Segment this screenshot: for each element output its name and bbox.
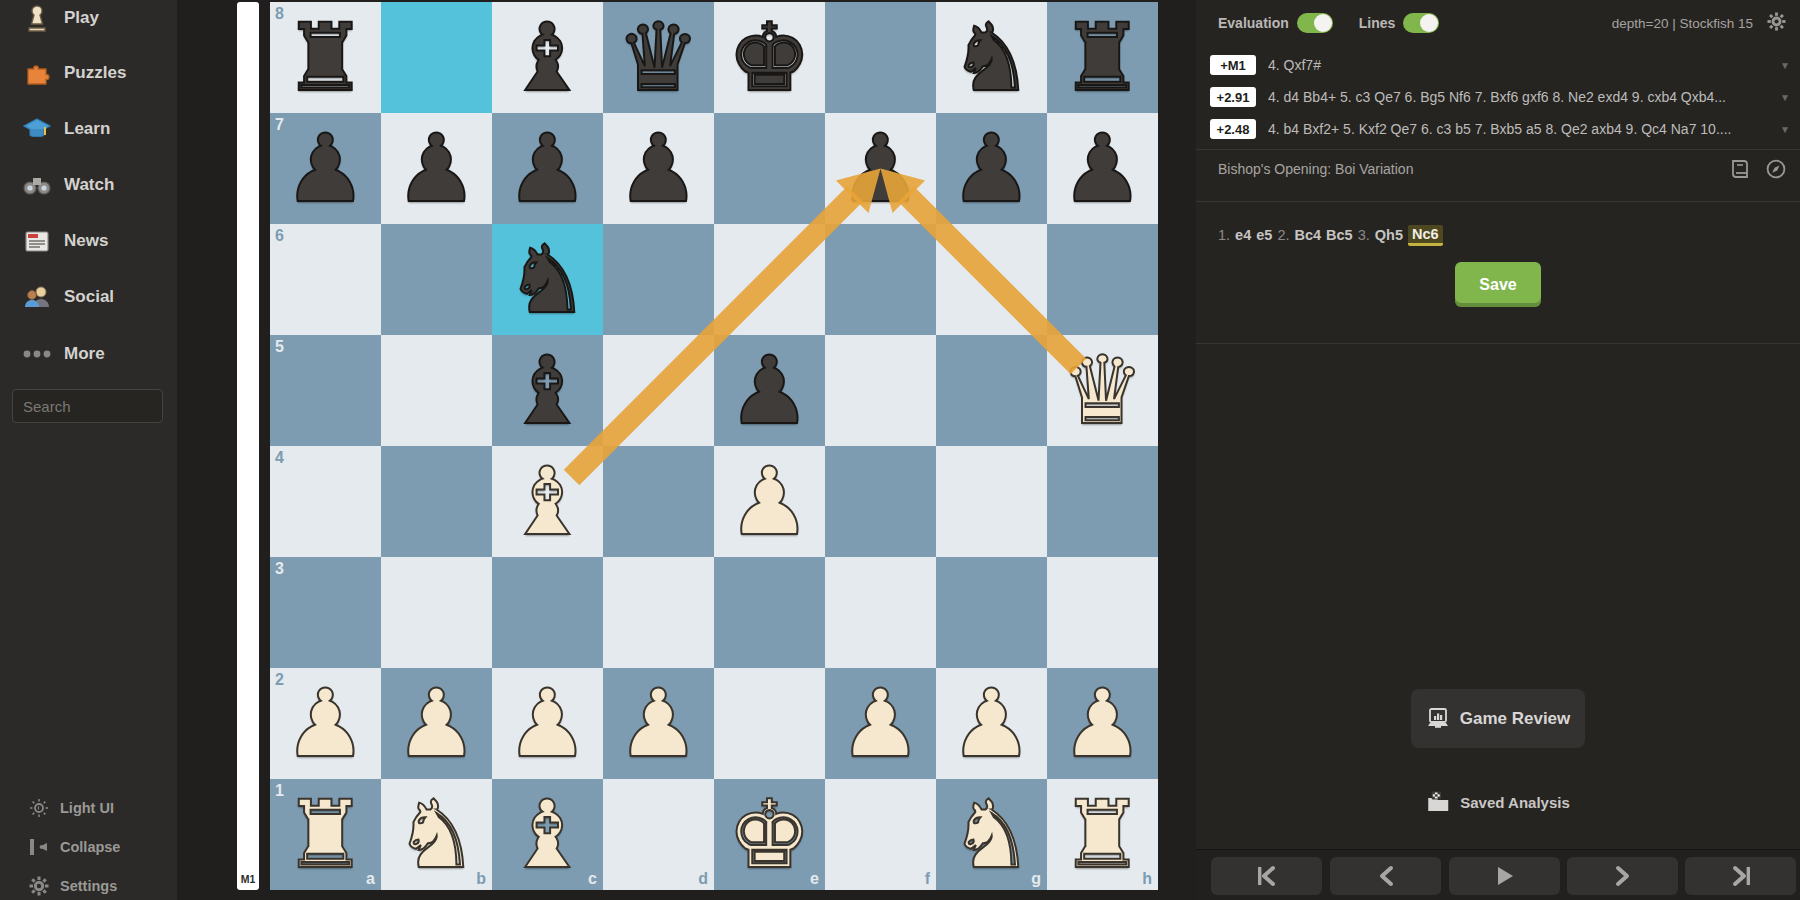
chevron-down-icon[interactable]: ▼ xyxy=(1780,92,1790,103)
square-e7[interactable] xyxy=(714,113,825,224)
piece-bp-e5[interactable]: ♟ xyxy=(714,335,825,446)
explorer-compass-icon[interactable] xyxy=(1766,159,1786,179)
divider xyxy=(1196,149,1800,150)
square-g7[interactable]: ♟ xyxy=(936,113,1047,224)
square-e2[interactable] xyxy=(714,668,825,779)
square-d2[interactable]: ♟ xyxy=(603,668,714,779)
sidebar-item-label: Learn xyxy=(64,119,110,139)
square-a5[interactable]: 5 xyxy=(270,335,381,446)
sidebar-item-news[interactable]: News xyxy=(0,224,177,258)
sidebar-item-label: Watch xyxy=(64,175,114,195)
evaluation-toggle-label: Evaluation xyxy=(1218,15,1289,31)
opening-row: Bishop's Opening: Boi Variation xyxy=(1218,152,1786,186)
square-c1[interactable]: c♝ xyxy=(492,779,603,890)
piece-wb-c4[interactable]: ♝ xyxy=(492,446,603,557)
next-move-button[interactable] xyxy=(1567,857,1678,895)
square-e5[interactable]: ♟ xyxy=(714,335,825,446)
square-a8[interactable]: 8♜ xyxy=(270,2,381,113)
rank-label: 5 xyxy=(275,338,284,356)
binoculars-icon xyxy=(22,170,52,200)
people-icon xyxy=(22,282,52,312)
opening-book-icon[interactable] xyxy=(1730,159,1750,179)
piece-bp-a7[interactable]: ♟ xyxy=(270,113,381,224)
piece-bb-c5[interactable]: ♝ xyxy=(492,335,603,446)
square-e6[interactable] xyxy=(714,224,825,335)
piece-bn-g8[interactable]: ♞ xyxy=(936,2,1047,113)
go-to-start-button[interactable] xyxy=(1211,857,1322,895)
square-d5[interactable] xyxy=(603,335,714,446)
square-f2[interactable]: ♟ xyxy=(825,668,936,779)
sidebar-item-label: More xyxy=(64,344,105,364)
engine-settings-gear-icon[interactable] xyxy=(1767,12,1786,35)
square-c4[interactable]: ♝ xyxy=(492,446,603,557)
piece-wp-c2[interactable]: ♟ xyxy=(492,668,603,779)
square-g4[interactable] xyxy=(936,446,1047,557)
go-to-end-button[interactable] xyxy=(1685,857,1796,895)
square-a3[interactable]: 3 xyxy=(270,557,381,668)
square-b5[interactable] xyxy=(381,335,492,446)
square-e4[interactable]: ♟ xyxy=(714,446,825,557)
move-Qh5[interactable]: Qh5 xyxy=(1375,227,1403,243)
game-review-label: Game Review xyxy=(1460,709,1571,729)
eval-badge: +2.48 xyxy=(1210,119,1256,139)
square-b2[interactable]: ♟ xyxy=(381,668,492,779)
square-e3[interactable] xyxy=(714,557,825,668)
engine-line-2[interactable]: +2.91 4. d4 Bb4+ 5. c3 Qe7 6. Bg5 Nf6 7.… xyxy=(1210,82,1790,112)
square-f7[interactable]: ♟ xyxy=(825,113,936,224)
evaluation-bar-label: M1 xyxy=(237,873,259,885)
piece-bp-f7[interactable]: ♟ xyxy=(825,113,936,224)
rank-label: 4 xyxy=(275,449,284,467)
piece-wk-e1[interactable]: ♚ xyxy=(714,779,825,890)
square-f8[interactable] xyxy=(825,2,936,113)
square-a4[interactable]: 4 xyxy=(270,446,381,557)
gear-icon xyxy=(28,875,50,897)
puzzle-icon xyxy=(22,58,52,88)
eval-badge: +2.91 xyxy=(1210,87,1256,107)
piece-bq-d8[interactable]: ♛ xyxy=(603,2,714,113)
lines-toggle[interactable] xyxy=(1403,13,1439,33)
piece-wp-g2[interactable]: ♟ xyxy=(936,668,1047,779)
piece-bp-d7[interactable]: ♟ xyxy=(603,113,714,224)
engine-line-1[interactable]: +M1 4. Qxf7# ▼ xyxy=(1210,50,1790,80)
engine-line-3[interactable]: +2.48 4. b4 Bxf2+ 5. Kxf2 Qe7 6. c3 b5 7… xyxy=(1210,114,1790,144)
move-Nc6-current[interactable]: Nc6 xyxy=(1408,225,1443,246)
evaluation-toggle[interactable] xyxy=(1297,13,1333,33)
square-g8[interactable]: ♞ xyxy=(936,2,1047,113)
chevron-down-icon[interactable]: ▼ xyxy=(1780,124,1790,135)
square-b1[interactable]: b♞ xyxy=(381,779,492,890)
move-list: 1. e4 e5 2. Bc4 Bc5 3. Qh5 Nc6 xyxy=(1218,222,1443,248)
sidebar-item-more[interactable]: More xyxy=(0,337,177,371)
collapse-label: Collapse xyxy=(60,839,120,855)
square-h2[interactable]: ♟ xyxy=(1047,668,1158,779)
square-c8[interactable]: ♝ xyxy=(492,2,603,113)
piece-wb-c1[interactable]: ♝ xyxy=(492,779,603,890)
piece-wp-h2[interactable]: ♟ xyxy=(1047,668,1158,779)
square-h6[interactable] xyxy=(1047,224,1158,335)
sidebar-item-puzzles[interactable]: Puzzles xyxy=(0,56,177,90)
sidebar-item-social[interactable]: Social xyxy=(0,280,177,314)
rank-label: 3 xyxy=(275,560,284,578)
move-Bc5[interactable]: Bc5 xyxy=(1326,227,1353,243)
square-g6[interactable] xyxy=(936,224,1047,335)
square-h1[interactable]: h♜ xyxy=(1047,779,1158,890)
piece-wp-d2[interactable]: ♟ xyxy=(603,668,714,779)
square-g2[interactable]: ♟ xyxy=(936,668,1047,779)
engine-line-moves: 4. d4 Bb4+ 5. c3 Qe7 6. Bg5 Nf6 7. Bxf6 … xyxy=(1268,89,1774,105)
square-c7[interactable]: ♟ xyxy=(492,113,603,224)
piece-wp-e4[interactable]: ♟ xyxy=(714,446,825,557)
previous-move-button[interactable] xyxy=(1330,857,1441,895)
lines-toggle-label: Lines xyxy=(1359,15,1396,31)
graduation-cap-icon xyxy=(22,114,52,144)
sidebar-item-label: News xyxy=(64,231,108,251)
square-d7[interactable]: ♟ xyxy=(603,113,714,224)
square-b4[interactable] xyxy=(381,446,492,557)
sidebar-item-label: Puzzles xyxy=(64,63,126,83)
light-ui-button[interactable]: Light UI xyxy=(0,791,177,825)
file-label: f xyxy=(925,870,930,888)
saved-analysis-label: Saved Analysis xyxy=(1460,794,1570,811)
square-c3[interactable] xyxy=(492,557,603,668)
chess-board: 8♜♝♛♚♞♜7♟♟♟♟♟♟♟6♞5♝♟♛4♝♟32♟♟♟♟♟♟♟1a♜b♞c♝… xyxy=(270,2,1158,890)
square-a7[interactable]: 7♟ xyxy=(270,113,381,224)
newspaper-icon xyxy=(22,226,52,256)
square-f3[interactable] xyxy=(825,557,936,668)
square-f4[interactable] xyxy=(825,446,936,557)
ellipsis-icon xyxy=(22,339,52,369)
move-navigation-bar xyxy=(1196,849,1800,900)
move-number: 2. xyxy=(1277,227,1289,243)
pawn-icon xyxy=(22,3,52,33)
divider xyxy=(1196,201,1800,202)
evaluation-bar: M1 xyxy=(237,2,259,890)
analysis-page: Play Puzzles Learn Watch News xyxy=(0,0,1800,900)
square-d1[interactable]: d xyxy=(603,779,714,890)
square-h7[interactable]: ♟ xyxy=(1047,113,1158,224)
piece-wr-a1[interactable]: ♜ xyxy=(270,779,381,890)
saved-analysis-button[interactable]: Saved Analysis xyxy=(1426,786,1570,818)
sidebar-item-watch[interactable]: Watch xyxy=(0,168,177,202)
square-b7[interactable]: ♟ xyxy=(381,113,492,224)
piece-bk-e8[interactable]: ♚ xyxy=(714,2,825,113)
sidebar: Play Puzzles Learn Watch News xyxy=(0,0,177,900)
piece-bn-c6[interactable]: ♞ xyxy=(492,224,603,335)
piece-wn-g1[interactable]: ♞ xyxy=(936,779,1047,890)
square-a2[interactable]: 2♟ xyxy=(270,668,381,779)
piece-wp-b2[interactable]: ♟ xyxy=(381,668,492,779)
square-b8[interactable] xyxy=(381,2,492,113)
square-b3[interactable] xyxy=(381,557,492,668)
square-g5[interactable] xyxy=(936,335,1047,446)
square-f6[interactable] xyxy=(825,224,936,335)
piece-bp-h7[interactable]: ♟ xyxy=(1047,113,1158,224)
square-c2[interactable]: ♟ xyxy=(492,668,603,779)
sidebar-item-play[interactable]: Play xyxy=(0,1,177,35)
collapse-button[interactable]: Collapse xyxy=(0,830,177,864)
engine-line-moves: 4. b4 Bxf2+ 5. Kxf2 Qe7 6. c3 b5 7. Bxb5… xyxy=(1268,121,1774,137)
square-c5[interactable]: ♝ xyxy=(492,335,603,446)
square-c6[interactable]: ♞ xyxy=(492,224,603,335)
saved-analysis-folder-icon xyxy=(1426,791,1450,813)
save-button[interactable]: Save xyxy=(1455,262,1541,307)
piece-wr-h1[interactable]: ♜ xyxy=(1047,779,1158,890)
file-label: d xyxy=(698,870,708,888)
sidebar-item-label: Social xyxy=(64,287,114,307)
piece-wp-a2[interactable]: ♟ xyxy=(270,668,381,779)
piece-wp-f2[interactable]: ♟ xyxy=(825,668,936,779)
square-f1[interactable]: f xyxy=(825,779,936,890)
sidebar-item-learn[interactable]: Learn xyxy=(0,112,177,146)
opening-name: Bishop's Opening: Boi Variation xyxy=(1218,161,1413,177)
analysis-panel: Evaluation Lines depth=20 | Stockfish 15… xyxy=(1196,0,1800,900)
collapse-icon xyxy=(28,836,50,858)
engine-line-moves: 4. Qxf7# xyxy=(1268,57,1774,73)
square-g3[interactable] xyxy=(936,557,1047,668)
square-b6[interactable] xyxy=(381,224,492,335)
sidebar-item-label: Play xyxy=(64,8,99,28)
square-h3[interactable] xyxy=(1047,557,1158,668)
square-h5[interactable]: ♛ xyxy=(1047,335,1158,446)
piece-br-h8[interactable]: ♜ xyxy=(1047,2,1158,113)
square-g1[interactable]: g♞ xyxy=(936,779,1047,890)
settings-label: Settings xyxy=(60,878,117,894)
piece-br-a8[interactable]: ♜ xyxy=(270,2,381,113)
square-d6[interactable] xyxy=(603,224,714,335)
brightness-icon xyxy=(28,797,50,819)
square-e1[interactable]: e♚ xyxy=(714,779,825,890)
square-d8[interactable]: ♛ xyxy=(603,2,714,113)
move-number: 3. xyxy=(1358,227,1370,243)
square-f5[interactable] xyxy=(825,335,936,446)
toggle-knob xyxy=(1420,14,1438,32)
piece-bp-c7[interactable]: ♟ xyxy=(492,113,603,224)
engine-depth-text: depth=20 | Stockfish 15 xyxy=(1612,16,1753,31)
rank-label: 6 xyxy=(275,227,284,245)
move-e4[interactable]: e4 xyxy=(1235,227,1251,243)
square-a6[interactable]: 6 xyxy=(270,224,381,335)
piece-bp-g7[interactable]: ♟ xyxy=(936,113,1047,224)
move-e5[interactable]: e5 xyxy=(1256,227,1272,243)
move-number: 1. xyxy=(1218,227,1230,243)
piece-bb-c8[interactable]: ♝ xyxy=(492,2,603,113)
game-review-button[interactable]: Game Review xyxy=(1411,689,1585,748)
play-moves-button[interactable] xyxy=(1449,857,1560,895)
piece-bp-b7[interactable]: ♟ xyxy=(381,113,492,224)
piece-wn-b1[interactable]: ♞ xyxy=(381,779,492,890)
settings-button[interactable]: Settings xyxy=(0,869,177,900)
toggle-knob xyxy=(1314,14,1332,32)
search-input[interactable] xyxy=(12,389,163,423)
engine-toggles-row: Evaluation Lines depth=20 | Stockfish 15 xyxy=(1218,12,1786,34)
divider xyxy=(1196,343,1800,344)
square-d4[interactable] xyxy=(603,446,714,557)
eval-badge: +M1 xyxy=(1210,55,1256,75)
square-d3[interactable] xyxy=(603,557,714,668)
light-ui-label: Light UI xyxy=(60,800,114,816)
game-review-icon xyxy=(1426,708,1450,730)
square-h4[interactable] xyxy=(1047,446,1158,557)
move-Bc4[interactable]: Bc4 xyxy=(1294,227,1321,243)
piece-wq-h5[interactable]: ♛ xyxy=(1047,335,1158,446)
square-a1[interactable]: 1a♜ xyxy=(270,779,381,890)
square-h8[interactable]: ♜ xyxy=(1047,2,1158,113)
square-e8[interactable]: ♚ xyxy=(714,2,825,113)
chevron-down-icon[interactable]: ▼ xyxy=(1780,60,1790,71)
